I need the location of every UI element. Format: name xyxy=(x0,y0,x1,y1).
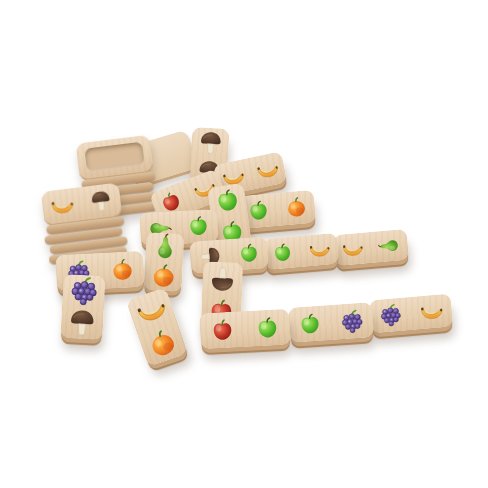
pear-icon xyxy=(377,233,402,258)
green-apple-icon xyxy=(236,241,262,267)
domino-tile-red-apple-green-apple[interactable] xyxy=(199,309,291,350)
domino-tile-banana-pear[interactable] xyxy=(333,228,409,265)
domino-tile-green-apple-grapes[interactable] xyxy=(288,302,374,343)
domino-tile-banana-orange-tilted[interactable] xyxy=(126,287,189,367)
grapes-icon xyxy=(338,307,366,335)
tray-recess xyxy=(84,142,144,172)
domino-scene xyxy=(0,0,488,488)
green-apple-icon xyxy=(253,314,281,342)
domino-tile-green-apple-orange[interactable] xyxy=(238,189,317,228)
mushroom-icon xyxy=(207,263,238,294)
domino-tile-pear-orange-vertical[interactable] xyxy=(144,232,185,292)
green-apple-icon xyxy=(296,310,324,338)
orange-icon xyxy=(108,256,136,284)
grapes-icon xyxy=(377,301,404,328)
pear-icon xyxy=(150,232,180,262)
grapes-icon xyxy=(67,274,101,308)
banana-icon xyxy=(340,236,365,261)
domino-tile-green-apple-banana[interactable] xyxy=(263,232,339,269)
banana-icon xyxy=(253,156,281,184)
banana-icon xyxy=(418,298,445,325)
orange-icon xyxy=(148,261,178,291)
mushroom-icon xyxy=(195,128,224,157)
green-apple-icon xyxy=(185,213,211,239)
green-apple-icon xyxy=(270,240,295,265)
mushroom-icon xyxy=(65,306,99,340)
banana-icon xyxy=(48,192,76,220)
banana-icon xyxy=(307,237,332,262)
orange-icon xyxy=(282,194,309,221)
red-apple-icon xyxy=(208,316,236,344)
mushroom-icon xyxy=(87,187,115,215)
domino-tile-grapes-mushroom-vertical[interactable] xyxy=(60,274,105,340)
domino-tile-grapes-banana[interactable] xyxy=(369,293,454,333)
orange-icon xyxy=(142,323,183,364)
